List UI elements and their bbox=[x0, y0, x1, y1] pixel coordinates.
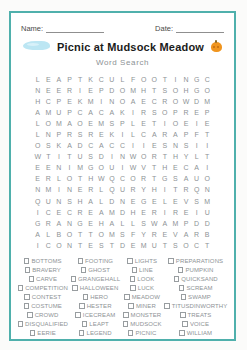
word-checkbox-icon[interactable] bbox=[81, 267, 87, 273]
grid-cell[interactable]: T bbox=[202, 240, 213, 251]
grid-cell[interactable]: M bbox=[43, 107, 54, 118]
grid-cell[interactable]: C bbox=[138, 129, 149, 140]
grid-cell[interactable]: L bbox=[128, 218, 139, 229]
grid-cell[interactable]: L bbox=[128, 129, 139, 140]
word-checkbox-icon[interactable] bbox=[178, 267, 184, 273]
grid-cell[interactable]: U bbox=[107, 74, 118, 85]
grid-cell[interactable]: R bbox=[170, 207, 181, 218]
grid-cell[interactable]: G bbox=[75, 218, 86, 229]
grid-cell[interactable]: H bbox=[170, 151, 181, 162]
word-checkbox-icon[interactable] bbox=[180, 312, 186, 318]
grid-cell[interactable]: T bbox=[85, 229, 96, 240]
grid-cell[interactable]: E bbox=[191, 107, 202, 118]
grid-cell[interactable]: M bbox=[107, 229, 118, 240]
grid-cell[interactable]: R bbox=[160, 129, 171, 140]
word-checkbox-icon[interactable] bbox=[174, 276, 180, 282]
grid-cell[interactable]: C bbox=[75, 107, 86, 118]
grid-cell[interactable]: C bbox=[96, 74, 107, 85]
grid-cell[interactable]: D bbox=[75, 140, 86, 151]
grid-cell[interactable]: D bbox=[96, 151, 107, 162]
grid-cell[interactable]: E bbox=[181, 207, 192, 218]
grid-cell[interactable]: E bbox=[149, 140, 160, 151]
grid-cell[interactable]: E bbox=[54, 207, 65, 218]
grid-cell[interactable]: R bbox=[138, 173, 149, 184]
grid-cell[interactable]: I bbox=[128, 107, 139, 118]
grid-cell[interactable]: R bbox=[181, 107, 192, 118]
grid-cell[interactable]: R bbox=[43, 218, 54, 229]
grid-cell[interactable]: C bbox=[85, 140, 96, 151]
grid-cell[interactable]: C bbox=[43, 240, 54, 251]
grid-cell[interactable]: L bbox=[117, 74, 128, 85]
word-checkbox-icon[interactable] bbox=[123, 312, 129, 318]
grid-cell[interactable]: P bbox=[181, 129, 192, 140]
word-checkbox-icon[interactable] bbox=[130, 276, 136, 282]
grid-cell[interactable]: E bbox=[43, 74, 54, 85]
grid-cell[interactable]: D bbox=[117, 240, 128, 251]
grid-cell[interactable]: R bbox=[128, 184, 139, 195]
grid-cell[interactable]: E bbox=[138, 118, 149, 129]
word-checkbox-icon[interactable] bbox=[83, 294, 89, 300]
grid-cell[interactable]: I bbox=[191, 118, 202, 129]
grid-cell[interactable]: U bbox=[202, 207, 213, 218]
grid-cell[interactable]: I bbox=[138, 140, 149, 151]
grid-cell[interactable]: D bbox=[191, 218, 202, 229]
grid-cell[interactable]: T bbox=[202, 129, 213, 140]
word-checkbox-icon[interactable] bbox=[75, 312, 81, 318]
grid-cell[interactable]: L bbox=[191, 151, 202, 162]
word-checkbox-icon[interactable] bbox=[79, 303, 85, 309]
grid-cell[interactable]: R bbox=[64, 129, 75, 140]
grid-cell[interactable]: I bbox=[191, 140, 202, 151]
grid-cell[interactable]: U bbox=[117, 184, 128, 195]
grid-cell[interactable]: A bbox=[32, 107, 43, 118]
grid-cell[interactable]: I bbox=[32, 207, 43, 218]
grid-cell[interactable]: R bbox=[138, 107, 149, 118]
grid-cell[interactable]: H bbox=[75, 196, 86, 207]
grid-cell[interactable]: K bbox=[85, 74, 96, 85]
grid-cell[interactable]: U bbox=[107, 162, 118, 173]
grid-cell[interactable]: S bbox=[170, 173, 181, 184]
grid-cell[interactable]: E bbox=[96, 129, 107, 140]
name-blank-line[interactable] bbox=[46, 25, 104, 33]
grid-cell[interactable]: E bbox=[32, 162, 43, 173]
grid-cell[interactable]: I bbox=[202, 140, 213, 151]
grid-cell[interactable]: Y bbox=[138, 184, 149, 195]
grid-cell[interactable]: O bbox=[75, 118, 86, 129]
word-checkbox-icon[interactable] bbox=[30, 330, 36, 336]
grid-cell[interactable]: C bbox=[43, 207, 54, 218]
grid-cell[interactable]: N bbox=[107, 96, 118, 107]
grid-cell[interactable]: T bbox=[75, 173, 86, 184]
grid-cell[interactable]: Q bbox=[107, 173, 118, 184]
grid-cell[interactable]: O bbox=[43, 118, 54, 129]
grid-cell[interactable]: B bbox=[202, 229, 213, 240]
grid-cell[interactable]: W bbox=[96, 173, 107, 184]
grid-cell[interactable]: N bbox=[64, 218, 75, 229]
grid-cell[interactable]: R bbox=[181, 184, 192, 195]
grid-cell[interactable]: P bbox=[64, 107, 75, 118]
grid-cell[interactable]: W bbox=[128, 151, 139, 162]
grid-cell[interactable]: E bbox=[85, 240, 96, 251]
grid-cell[interactable]: L bbox=[117, 218, 128, 229]
grid-cell[interactable]: O bbox=[117, 96, 128, 107]
grid-cell[interactable]: H bbox=[96, 218, 107, 229]
grid-cell[interactable]: A bbox=[32, 229, 43, 240]
grid-cell[interactable]: A bbox=[191, 162, 202, 173]
grid-cell[interactable]: T bbox=[149, 85, 160, 96]
word-checkbox-icon[interactable] bbox=[130, 285, 136, 291]
grid-cell[interactable]: T bbox=[43, 151, 54, 162]
grid-cell[interactable]: E bbox=[85, 85, 96, 96]
word-checkbox-icon[interactable] bbox=[18, 321, 24, 327]
grid-cell[interactable]: M bbox=[202, 96, 213, 107]
grid-cell[interactable]: L bbox=[128, 118, 139, 129]
grid-cell[interactable]: T bbox=[75, 240, 86, 251]
grid-cell[interactable]: E bbox=[32, 173, 43, 184]
grid-cell[interactable]: Q bbox=[191, 184, 202, 195]
grid-cell[interactable]: M bbox=[54, 118, 65, 129]
grid-cell[interactable]: R bbox=[75, 207, 86, 218]
grid-cell[interactable]: R bbox=[43, 173, 54, 184]
grid-cell[interactable]: S bbox=[75, 129, 86, 140]
grid-cell[interactable]: L bbox=[54, 173, 65, 184]
word-checkbox-icon[interactable] bbox=[128, 330, 134, 336]
grid-cell[interactable]: I bbox=[96, 96, 107, 107]
grid-cell[interactable]: S bbox=[96, 240, 107, 251]
grid-cell[interactable]: E bbox=[170, 162, 181, 173]
grid-cell[interactable]: E bbox=[138, 207, 149, 218]
grid-cell[interactable]: T bbox=[107, 240, 118, 251]
word-checkbox-icon[interactable] bbox=[179, 330, 185, 336]
grid-cell[interactable]: O bbox=[64, 173, 75, 184]
grid-cell[interactable]: R bbox=[160, 96, 171, 107]
grid-cell[interactable]: I bbox=[170, 74, 181, 85]
grid-cell[interactable]: I bbox=[54, 151, 65, 162]
grid-cell[interactable]: A bbox=[64, 118, 75, 129]
grid-cell[interactable]: H bbox=[160, 162, 171, 173]
grid-cell[interactable]: C bbox=[117, 140, 128, 151]
grid-cell[interactable]: K bbox=[107, 129, 118, 140]
grid-cell[interactable]: S bbox=[64, 196, 75, 207]
grid-cell[interactable]: H bbox=[128, 207, 139, 218]
grid-cell[interactable]: S bbox=[85, 151, 96, 162]
grid-cell[interactable]: G bbox=[138, 196, 149, 207]
grid-cell[interactable]: O bbox=[170, 85, 181, 96]
grid-cell[interactable]: N bbox=[64, 184, 75, 195]
grid-cell[interactable]: T bbox=[149, 173, 160, 184]
grid-cell[interactable]: E bbox=[170, 196, 181, 207]
word-checkbox-icon[interactable] bbox=[25, 267, 31, 273]
grid-cell[interactable]: S bbox=[43, 140, 54, 151]
grid-cell[interactable]: T bbox=[75, 74, 86, 85]
grid-cell[interactable]: G bbox=[191, 74, 202, 85]
word-checkbox-icon[interactable] bbox=[24, 258, 30, 264]
grid-cell[interactable]: E bbox=[75, 184, 86, 195]
grid-cell[interactable]: E bbox=[85, 207, 96, 218]
grid-cell[interactable]: M bbox=[107, 207, 118, 218]
grid-cell[interactable]: I bbox=[128, 140, 139, 151]
grid-cell[interactable]: O bbox=[64, 229, 75, 240]
grid-cell[interactable]: A bbox=[96, 207, 107, 218]
grid-cell[interactable]: A bbox=[160, 218, 171, 229]
grid-cell[interactable]: E bbox=[128, 196, 139, 207]
grid-cell[interactable]: E bbox=[128, 240, 139, 251]
grid-cell[interactable]: I bbox=[64, 162, 75, 173]
grid-cell[interactable]: H bbox=[85, 173, 96, 184]
grid-cell[interactable]: O bbox=[32, 140, 43, 151]
grid-cell[interactable]: I bbox=[54, 184, 65, 195]
grid-cell[interactable]: M bbox=[138, 240, 149, 251]
grid-cell[interactable]: E bbox=[160, 229, 171, 240]
grid-cell[interactable]: A bbox=[107, 218, 118, 229]
grid-cell[interactable]: N bbox=[54, 162, 65, 173]
grid-cell[interactable]: V bbox=[181, 196, 192, 207]
grid-cell[interactable]: O bbox=[170, 118, 181, 129]
grid-cell[interactable]: I bbox=[160, 207, 171, 218]
grid-cell[interactable]: E bbox=[181, 118, 192, 129]
grid-cell[interactable]: E bbox=[85, 218, 96, 229]
word-checkbox-icon[interactable] bbox=[24, 294, 30, 300]
grid-cell[interactable]: A bbox=[170, 129, 181, 140]
grid-cell[interactable]: T bbox=[202, 151, 213, 162]
grid-cell[interactable]: P bbox=[96, 85, 107, 96]
grid-cell[interactable]: E bbox=[149, 196, 160, 207]
grid-cell[interactable]: R bbox=[149, 207, 160, 218]
word-checkbox-icon[interactable] bbox=[127, 258, 133, 264]
grid-cell[interactable]: C bbox=[191, 240, 202, 251]
grid-cell[interactable]: H bbox=[32, 96, 43, 107]
grid-cell[interactable]: S bbox=[191, 196, 202, 207]
word-checkbox-icon[interactable] bbox=[164, 303, 170, 309]
grid-cell[interactable]: M bbox=[85, 96, 96, 107]
grid-cell[interactable]: P bbox=[54, 129, 65, 140]
word-checkbox-icon[interactable] bbox=[168, 258, 174, 264]
grid-cell[interactable]: A bbox=[181, 229, 192, 240]
grid-cell[interactable]: Q bbox=[107, 184, 118, 195]
grid-cell[interactable]: O bbox=[181, 240, 192, 251]
grid-cell[interactable]: S bbox=[117, 229, 128, 240]
grid-cell[interactable]: E bbox=[43, 85, 54, 96]
word-checkbox-icon[interactable] bbox=[78, 258, 84, 264]
grid-cell[interactable]: K bbox=[54, 140, 65, 151]
grid-cell[interactable]: L bbox=[32, 74, 43, 85]
grid-cell[interactable]: S bbox=[149, 107, 160, 118]
grid-cell[interactable]: T bbox=[160, 151, 171, 162]
grid-cell[interactable]: O bbox=[128, 173, 139, 184]
grid-cell[interactable]: S bbox=[160, 85, 171, 96]
grid-cell[interactable]: R bbox=[85, 184, 96, 195]
grid-cell[interactable]: P bbox=[64, 74, 75, 85]
grid-cell[interactable]: P bbox=[54, 96, 65, 107]
grid-cell[interactable]: L bbox=[96, 196, 107, 207]
grid-cell[interactable]: S bbox=[138, 218, 149, 229]
grid-cell[interactable]: T bbox=[149, 118, 160, 129]
grid-cell[interactable]: W bbox=[181, 96, 192, 107]
date-blank-line[interactable] bbox=[176, 25, 224, 33]
grid-cell[interactable]: N bbox=[43, 129, 54, 140]
grid-cell[interactable]: L bbox=[96, 184, 107, 195]
grid-cell[interactable]: P bbox=[181, 218, 192, 229]
grid-cell[interactable]: O bbox=[170, 96, 181, 107]
grid-cell[interactable]: T bbox=[75, 229, 86, 240]
grid-cell[interactable]: T bbox=[170, 184, 181, 195]
grid-cell[interactable]: E bbox=[43, 162, 54, 173]
grid-cell[interactable]: A bbox=[96, 140, 107, 151]
grid-cell[interactable]: N bbox=[202, 184, 213, 195]
grid-cell[interactable]: F bbox=[191, 129, 202, 140]
grid-cell[interactable]: E bbox=[85, 118, 96, 129]
grid-cell[interactable]: A bbox=[54, 218, 65, 229]
grid-cell[interactable]: N bbox=[32, 184, 43, 195]
grid-cell[interactable]: T bbox=[160, 240, 171, 251]
grid-cell[interactable]: P bbox=[170, 107, 181, 118]
word-checkbox-icon[interactable] bbox=[18, 285, 24, 291]
word-checkbox-icon[interactable] bbox=[27, 312, 33, 318]
grid-cell[interactable]: Y bbox=[181, 151, 192, 162]
grid-cell[interactable]: E bbox=[202, 118, 213, 129]
grid-cell[interactable]: I bbox=[160, 184, 171, 195]
grid-cell[interactable]: F bbox=[128, 229, 139, 240]
grid-cell[interactable]: D bbox=[202, 218, 213, 229]
grid-cell[interactable]: H bbox=[181, 85, 192, 96]
grid-cell[interactable]: M bbox=[170, 218, 181, 229]
grid-cell[interactable]: I bbox=[117, 129, 128, 140]
word-checkbox-icon[interactable] bbox=[82, 321, 88, 327]
grid-cell[interactable]: G bbox=[85, 162, 96, 173]
grid-cell[interactable]: L bbox=[43, 229, 54, 240]
grid-cell[interactable]: O bbox=[117, 85, 128, 96]
grid-cell[interactable]: G bbox=[160, 173, 171, 184]
grid-cell[interactable]: S bbox=[107, 118, 118, 129]
grid-cell[interactable]: Y bbox=[138, 229, 149, 240]
grid-cell[interactable]: M bbox=[202, 196, 213, 207]
word-checkbox-icon[interactable] bbox=[24, 303, 30, 309]
grid-cell[interactable]: O bbox=[202, 85, 213, 96]
grid-cell[interactable]: N bbox=[32, 85, 43, 96]
grid-cell[interactable]: I bbox=[75, 85, 86, 96]
grid-cell[interactable]: V bbox=[170, 229, 181, 240]
grid-cell[interactable]: R bbox=[64, 85, 75, 96]
grid-cell[interactable]: N bbox=[117, 196, 128, 207]
grid-cell[interactable]: I bbox=[202, 162, 213, 173]
grid-cell[interactable]: E bbox=[138, 96, 149, 107]
grid-cell[interactable]: K bbox=[117, 107, 128, 118]
word-checkbox-icon[interactable] bbox=[128, 303, 134, 309]
grid-cell[interactable]: A bbox=[107, 107, 118, 118]
grid-cell[interactable]: D bbox=[117, 207, 128, 218]
grid-cell[interactable]: C bbox=[117, 173, 128, 184]
grid-cell[interactable]: I bbox=[117, 162, 128, 173]
grid-cell[interactable]: S bbox=[160, 140, 171, 151]
grid-cell[interactable]: T bbox=[149, 162, 160, 173]
grid-cell[interactable]: D bbox=[107, 85, 118, 96]
grid-cell[interactable]: N bbox=[54, 196, 65, 207]
grid-cell[interactable]: O bbox=[96, 162, 107, 173]
grid-cell[interactable]: C bbox=[149, 96, 160, 107]
grid-cell[interactable]: T bbox=[64, 151, 75, 162]
grid-cell[interactable]: U bbox=[75, 151, 86, 162]
grid-cell[interactable]: A bbox=[181, 173, 192, 184]
word-checkbox-icon[interactable] bbox=[182, 321, 188, 327]
grid-cell[interactable]: O bbox=[54, 240, 65, 251]
grid-cell[interactable]: E bbox=[54, 85, 65, 96]
word-checkbox-icon[interactable] bbox=[181, 294, 187, 300]
grid-cell[interactable]: A bbox=[85, 107, 96, 118]
word-checkbox-icon[interactable] bbox=[29, 276, 35, 282]
grid-cell[interactable]: P bbox=[202, 107, 213, 118]
word-checkbox-icon[interactable] bbox=[123, 321, 129, 327]
grid-cell[interactable]: H bbox=[138, 85, 149, 96]
grid-cell[interactable]: W bbox=[149, 218, 160, 229]
grid-cell[interactable]: A bbox=[149, 129, 160, 140]
grid-cell[interactable]: H bbox=[149, 184, 160, 195]
grid-cell[interactable]: O bbox=[96, 229, 107, 240]
grid-cell[interactable]: R bbox=[149, 229, 160, 240]
grid-cell[interactable]: N bbox=[64, 240, 75, 251]
grid-cell[interactable]: U bbox=[149, 240, 160, 251]
grid-cell[interactable]: U bbox=[43, 196, 54, 207]
grid-cell[interactable]: C bbox=[43, 96, 54, 107]
grid-cell[interactable]: N bbox=[117, 151, 128, 162]
grid-cell[interactable]: R bbox=[85, 129, 96, 140]
grid-cell[interactable]: S bbox=[181, 140, 192, 151]
grid-cell[interactable]: L bbox=[160, 196, 171, 207]
grid-cell[interactable]: M bbox=[43, 184, 54, 195]
grid-cell[interactable]: O bbox=[202, 173, 213, 184]
grid-cell[interactable]: A bbox=[64, 140, 75, 151]
grid-cell[interactable]: K bbox=[75, 96, 86, 107]
grid-cell[interactable]: M bbox=[128, 85, 139, 96]
grid-cell[interactable]: I bbox=[160, 118, 171, 129]
grid-cell[interactable]: C bbox=[107, 140, 118, 151]
grid-cell[interactable]: O bbox=[160, 107, 171, 118]
grid-cell[interactable]: C bbox=[96, 107, 107, 118]
grid-cell[interactable]: O bbox=[149, 74, 160, 85]
grid-cell[interactable]: W bbox=[128, 162, 139, 173]
grid-cell[interactable]: Q bbox=[32, 196, 43, 207]
grid-cell[interactable]: C bbox=[181, 162, 192, 173]
grid-cell[interactable]: N bbox=[170, 140, 181, 151]
word-checkbox-icon[interactable] bbox=[124, 294, 130, 300]
grid-cell[interactable]: A bbox=[128, 96, 139, 107]
grid-cell[interactable]: C bbox=[64, 207, 75, 218]
word-checkbox-icon[interactable] bbox=[79, 330, 85, 336]
word-checkbox-icon[interactable] bbox=[71, 276, 77, 282]
grid-cell[interactable]: M bbox=[75, 162, 86, 173]
grid-cell[interactable]: F bbox=[128, 74, 139, 85]
grid-cell[interactable]: R bbox=[191, 229, 202, 240]
grid-cell[interactable]: V bbox=[138, 162, 149, 173]
grid-cell[interactable]: S bbox=[170, 240, 181, 251]
grid-cell[interactable]: G bbox=[32, 218, 43, 229]
grid-cell[interactable]: L bbox=[32, 129, 43, 140]
grid-cell[interactable]: W bbox=[32, 151, 43, 162]
grid-cell[interactable]: O bbox=[138, 151, 149, 162]
word-checkbox-icon[interactable] bbox=[72, 285, 78, 291]
grid-cell[interactable]: B bbox=[54, 229, 65, 240]
grid-cell[interactable]: D bbox=[107, 196, 118, 207]
grid-cell[interactable]: G bbox=[191, 85, 202, 96]
grid-cell[interactable]: U bbox=[191, 173, 202, 184]
grid-cell[interactable]: I bbox=[191, 207, 202, 218]
grid-cell[interactable]: L bbox=[32, 118, 43, 129]
grid-cell[interactable]: A bbox=[54, 74, 65, 85]
grid-cell[interactable]: T bbox=[160, 74, 171, 85]
grid-cell[interactable]: I bbox=[32, 240, 43, 251]
grid-cell[interactable]: U bbox=[54, 107, 65, 118]
grid-cell[interactable]: A bbox=[85, 196, 96, 207]
grid-cell[interactable]: C bbox=[202, 74, 213, 85]
